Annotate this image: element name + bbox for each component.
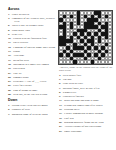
- clue-item: 10. Garden with the forbidden fruit: [8, 37, 56, 40]
- clue-text: Composer of the 'Planets' suite, debuted…: [11, 17, 55, 23]
- down-clue-list-left: 1. Sailing vessel with two tall masts2. …: [8, 104, 56, 116]
- clue-item: 20. Morning moisture found on the lawn: [59, 121, 113, 124]
- clue-item: 13. Droop: [8, 50, 56, 53]
- clue-text: Actress Gardner of old Hollywood: [63, 125, 101, 128]
- clue-item: 6. Faint scent or trace: [59, 82, 113, 85]
- clue-item: 22. Summer drink: [8, 76, 56, 79]
- clue-item: 23. Small whirlpool: [59, 130, 113, 133]
- clue-item: 17. Library admonition to noisy patrons: [59, 112, 113, 115]
- clue-item: 21. Tiny bit: [8, 72, 56, 75]
- down-section: Down 1. Sailing vessel with two tall mas…: [8, 98, 56, 115]
- clue-text: Takes a case to a higher court: [11, 24, 43, 27]
- clue-item: 23. Dickens's 'A Tale of ___ Cities': [8, 80, 56, 83]
- clue-text: Mountain range of western South: [11, 113, 48, 116]
- clue-item: 28. Went out, as the tide did at dusk: [8, 93, 56, 96]
- clue-text: Breakfast strip: [12, 59, 28, 62]
- puzzle-page: Across 1. Fancy neckwear4. Composer of t…: [0, 0, 116, 150]
- down-clue-list-right: 4. Deep purple fruit5. Not odd6. Faint s…: [59, 74, 113, 133]
- clue-text: Droop: [12, 50, 20, 53]
- clue-item: 6. Takes a case to a higher court: [8, 24, 56, 27]
- clue-text: Knight's title: [62, 91, 77, 94]
- clue-text: Language of ancient Rome and Latium: [12, 46, 55, 49]
- clue-item: 26. Sign of things to come: [8, 89, 56, 92]
- clue-item: 11. Poet's 'always': [8, 41, 56, 44]
- clue-continuation-text: America, home to the condor and the llam…: [59, 66, 113, 72]
- grid-cell[interactable]: [108, 60, 112, 64]
- clue-item: 9. Seine city: [8, 33, 56, 36]
- clue-text: Summer drink: [12, 76, 28, 79]
- clue-item: 8. Knight's title: [59, 91, 113, 94]
- clue-item: 12. Language of ancient Rome and Latium: [8, 46, 56, 49]
- clue-item: 15. Stadium cheer: [59, 108, 113, 111]
- clue-text: Ballpark figure, give or take a few: [62, 87, 100, 90]
- clue-text: Garden with the forbidden fruit: [12, 37, 46, 40]
- left-clue-column: Across 1. Fancy neckwear4. Composer of t…: [8, 7, 56, 117]
- clue-text: Stadium cheer: [63, 108, 79, 111]
- across-heading: Across: [8, 7, 56, 11]
- clue-item: 4. Deep purple fruit: [59, 74, 113, 77]
- clue-text: Went out, as the tide did at dusk: [12, 93, 47, 96]
- clue-text: Sailing vessel with two tall masts: [11, 104, 48, 107]
- clue-text: Carpenter's fastener: [62, 95, 84, 98]
- clue-item: 13. Season that comes right after winter: [59, 104, 113, 107]
- clue-text: Morning moisture found on the lawn: [63, 121, 103, 124]
- right-clue-column: America, home to the condor and the llam…: [59, 66, 113, 134]
- clue-text: Season that comes right after winter: [63, 104, 102, 107]
- clue-text: Library admonition to noisy patrons: [63, 112, 103, 115]
- clue-text: Instrument in a small jazz combo: [12, 63, 48, 66]
- clue-text: Deep purple fruit: [62, 74, 81, 77]
- clue-text: Poet's 'always': [12, 41, 28, 44]
- clue-item: 3. Mountain range of western South: [8, 113, 56, 116]
- clue-text: Opera solo: [12, 67, 24, 70]
- clue-item: 2. Opposite of west: [8, 108, 56, 111]
- clue-text: Dickens's 'A Tale of ___ Cities': [12, 80, 46, 83]
- clue-text: Not odd: [62, 78, 71, 81]
- clue-item: 7. Ballpark figure, give or take a few: [59, 87, 113, 90]
- clue-item: 1. Sailing vessel with two tall masts: [8, 104, 56, 107]
- clue-item: 19. Golf peg: [59, 117, 113, 120]
- grid-cells: [59, 11, 112, 64]
- clue-text: Sushi-grade tuna: [11, 29, 30, 32]
- clue-text: Tiny bit: [12, 72, 21, 75]
- crossword-grid: [58, 10, 113, 65]
- clue-text: Small whirlpool: [63, 130, 81, 133]
- clue-item: 15. Atlas page: [8, 54, 56, 57]
- clue-item: 17. Breakfast strip: [8, 59, 56, 62]
- clue-item: 4. Composer of the 'Planets' suite, debu…: [8, 17, 56, 23]
- clue-item: 9. Carpenter's fastener: [59, 95, 113, 98]
- clue-text: Atlas page: [12, 54, 24, 57]
- clue-item: 5. Not odd: [59, 78, 113, 81]
- clue-item: 8. Sushi-grade tuna: [8, 29, 56, 32]
- clue-text: Opposite of west: [11, 108, 30, 111]
- clue-item: 1. Fancy neckwear: [8, 13, 56, 16]
- clue-text: Place for a picnic: [12, 84, 31, 87]
- clue-text: Faint scent or trace: [62, 82, 83, 85]
- clue-text: Seine city: [11, 33, 22, 36]
- clue-item: 11. Birds that hoot and hunt at night: [59, 99, 113, 102]
- clue-item: 19. Opera solo: [8, 67, 56, 70]
- clue-item: 21. Actress Gardner of old Hollywood: [59, 125, 113, 128]
- down-heading: Down: [8, 98, 56, 102]
- clue-text: Birds that hoot and hunt at night: [63, 99, 98, 102]
- clue-item: 18. Instrument in a small jazz combo: [8, 63, 56, 66]
- clue-text: Golf peg: [63, 117, 73, 120]
- clue-text: Fancy neckwear: [11, 13, 29, 16]
- across-clue-list: 1. Fancy neckwear4. Composer of the 'Pla…: [8, 13, 56, 96]
- clue-item: 25. Place for a picnic: [8, 84, 56, 87]
- clue-text: Sign of things to come: [12, 89, 37, 92]
